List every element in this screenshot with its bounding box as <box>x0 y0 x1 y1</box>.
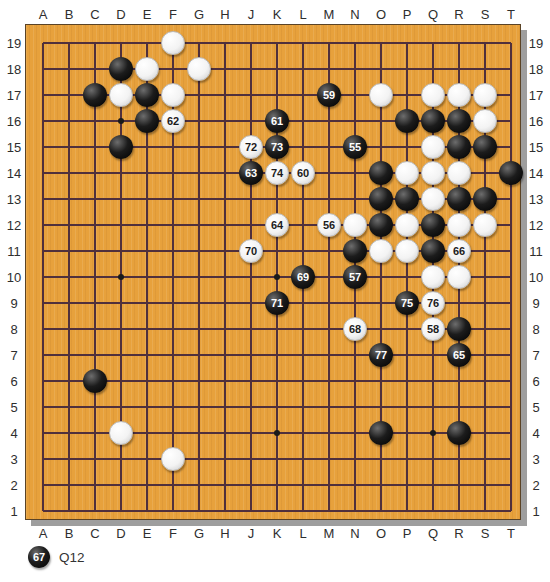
column-label-bottom: P <box>403 527 412 540</box>
stone-white-F19 <box>161 31 185 55</box>
column-label-top: D <box>116 8 125 21</box>
column-label-bottom: Q <box>428 527 438 540</box>
stone-white-P11 <box>395 239 419 263</box>
stone-white-R11: 66 <box>447 239 471 263</box>
stone-black-O4 <box>369 421 393 445</box>
row-label-right: 5 <box>532 401 539 414</box>
stone-white-Q13 <box>421 187 445 211</box>
row-label-right: 10 <box>529 271 543 284</box>
row-label-right: 16 <box>529 115 543 128</box>
stone-white-O11 <box>369 239 393 263</box>
row-label-left: 12 <box>7 219 21 232</box>
column-label-bottom: S <box>481 527 490 540</box>
column-label-top: K <box>273 8 282 21</box>
row-label-right: 19 <box>529 37 543 50</box>
stone-white-S16 <box>473 109 497 133</box>
row-label-right: 9 <box>532 297 539 310</box>
stone-white-Q10 <box>421 265 445 289</box>
column-label-top: G <box>194 8 204 21</box>
row-label-right: 11 <box>529 245 543 258</box>
stone-black-R15 <box>447 135 471 159</box>
stone-white-F17 <box>161 83 185 107</box>
row-label-left: 3 <box>10 453 17 466</box>
stone-white-J11: 70 <box>239 239 263 263</box>
row-label-left: 4 <box>10 427 17 440</box>
stone-white-O17 <box>369 83 393 107</box>
stone-white-R14 <box>447 161 471 185</box>
column-label-bottom: K <box>273 527 282 540</box>
row-label-left: 13 <box>7 193 21 206</box>
column-label-top: M <box>324 8 335 21</box>
stone-black-N15: 55 <box>343 135 367 159</box>
stone-white-J15: 72 <box>239 135 263 159</box>
column-label-top: E <box>143 8 152 21</box>
stone-black-N11 <box>343 239 367 263</box>
row-label-left: 15 <box>7 141 21 154</box>
stone-white-F16: 62 <box>161 109 185 133</box>
go-diagram-page: AABBCCDDEEFFGGHHJJKKLLMMNNOOPPQQRRSSTT19… <box>0 0 550 582</box>
stone-black-O13 <box>369 187 393 211</box>
stone-black-R8 <box>447 317 471 341</box>
stone-black-D18 <box>109 57 133 81</box>
stone-black-Q11 <box>421 239 445 263</box>
row-label-left: 19 <box>7 37 21 50</box>
row-label-right: 6 <box>532 375 539 388</box>
stone-white-Q14 <box>421 161 445 185</box>
stone-black-R13 <box>447 187 471 211</box>
row-label-left: 18 <box>7 63 21 76</box>
column-label-bottom: J <box>248 527 255 540</box>
stone-white-K12: 64 <box>265 213 289 237</box>
caption-coordinate: Q12 <box>59 550 85 565</box>
stone-black-D15 <box>109 135 133 159</box>
column-label-bottom: R <box>454 527 463 540</box>
stone-white-R17 <box>447 83 471 107</box>
column-label-bottom: L <box>299 527 306 540</box>
row-label-left: 6 <box>10 375 17 388</box>
stone-black-N10: 57 <box>343 265 367 289</box>
stone-white-S12 <box>473 213 497 237</box>
stone-black-C6 <box>83 369 107 393</box>
stone-black-R7: 65 <box>447 343 471 367</box>
stone-black-E17 <box>135 83 159 107</box>
stone-white-Q17 <box>421 83 445 107</box>
row-label-left: 17 <box>7 89 21 102</box>
stone-black-L10: 69 <box>291 265 315 289</box>
column-label-bottom: N <box>350 527 359 540</box>
column-label-top: B <box>65 8 74 21</box>
stone-white-G18 <box>187 57 211 81</box>
row-label-left: 9 <box>10 297 17 310</box>
column-label-top: N <box>350 8 359 21</box>
row-label-right: 2 <box>532 479 539 492</box>
stone-white-P14 <box>395 161 419 185</box>
stone-black-P9: 75 <box>395 291 419 315</box>
column-label-top: L <box>299 8 306 21</box>
stone-black-O14 <box>369 161 393 185</box>
row-label-right: 17 <box>529 89 543 102</box>
column-label-top: A <box>39 8 48 21</box>
move-caption: 67 Q12 <box>28 545 85 569</box>
column-label-top: T <box>507 8 515 21</box>
row-label-right: 8 <box>532 323 539 336</box>
stone-white-M12: 56 <box>317 213 341 237</box>
column-label-top: H <box>220 8 229 21</box>
stone-black-R16 <box>447 109 471 133</box>
stone-black-J14: 63 <box>239 161 263 185</box>
column-label-bottom: T <box>507 527 515 540</box>
row-label-right: 15 <box>529 141 543 154</box>
stone-black-Q16 <box>421 109 445 133</box>
row-label-left: 7 <box>10 349 17 362</box>
column-label-top: O <box>376 8 386 21</box>
row-label-left: 5 <box>10 401 17 414</box>
row-label-right: 14 <box>529 167 543 180</box>
stone-black-T14 <box>499 161 523 185</box>
column-label-bottom: O <box>376 527 386 540</box>
column-label-top: C <box>90 8 99 21</box>
column-label-top: J <box>248 8 255 21</box>
stone-white-R12 <box>447 213 471 237</box>
column-label-top: F <box>169 8 177 21</box>
stone-white-K14: 74 <box>265 161 289 185</box>
column-label-bottom: G <box>194 527 204 540</box>
stone-white-D4 <box>109 421 133 445</box>
column-label-bottom: E <box>143 527 152 540</box>
stone-black-P16 <box>395 109 419 133</box>
column-label-bottom: A <box>39 527 48 540</box>
stone-black-O12 <box>369 213 393 237</box>
column-label-bottom: D <box>116 527 125 540</box>
stone-white-E18 <box>135 57 159 81</box>
row-label-left: 16 <box>7 115 21 128</box>
row-label-left: 11 <box>7 245 21 258</box>
column-label-bottom: H <box>220 527 229 540</box>
column-label-bottom: M <box>324 527 335 540</box>
stone-white-F3 <box>161 447 185 471</box>
column-label-top: R <box>454 8 463 21</box>
row-label-right: 12 <box>529 219 543 232</box>
stone-white-D17 <box>109 83 133 107</box>
row-label-right: 1 <box>532 505 539 518</box>
stone-white-L14: 60 <box>291 161 315 185</box>
column-label-top: Q <box>428 8 438 21</box>
stone-black-E16 <box>135 109 159 133</box>
stone-black-S15 <box>473 135 497 159</box>
caption-move-number: 67 <box>33 551 45 563</box>
row-label-right: 3 <box>532 453 539 466</box>
row-label-right: 7 <box>532 349 539 362</box>
column-label-top: S <box>481 8 490 21</box>
stone-black-O7: 77 <box>369 343 393 367</box>
stone-black-C17 <box>83 83 107 107</box>
row-label-right: 13 <box>529 193 543 206</box>
stone-white-Q15 <box>421 135 445 159</box>
column-label-bottom: B <box>65 527 74 540</box>
stone-black-K9: 71 <box>265 291 289 315</box>
stone-black-Q12 <box>421 213 445 237</box>
stone-white-S17 <box>473 83 497 107</box>
stone-white-N8: 68 <box>343 317 367 341</box>
column-label-top: P <box>403 8 412 21</box>
row-label-right: 18 <box>529 63 543 76</box>
stone-white-P12 <box>395 213 419 237</box>
stone-white-Q8: 58 <box>421 317 445 341</box>
stone-white-Q9: 76 <box>421 291 445 315</box>
row-label-left: 8 <box>10 323 17 336</box>
stone-black-S13 <box>473 187 497 211</box>
stone-black-K16: 61 <box>265 109 289 133</box>
stone-white-N12 <box>343 213 367 237</box>
row-label-left: 2 <box>10 479 17 492</box>
stone-black-K15: 73 <box>265 135 289 159</box>
row-label-right: 4 <box>532 427 539 440</box>
column-label-bottom: F <box>169 527 177 540</box>
row-label-left: 1 <box>10 505 17 518</box>
stone-black-M17: 59 <box>317 83 341 107</box>
stone-black-R4 <box>447 421 471 445</box>
row-label-left: 10 <box>7 271 21 284</box>
stone-black-P13 <box>395 187 419 211</box>
column-label-bottom: C <box>90 527 99 540</box>
row-label-left: 14 <box>7 167 21 180</box>
stone-white-R10 <box>447 265 471 289</box>
caption-stone-black: 67 <box>28 546 50 568</box>
